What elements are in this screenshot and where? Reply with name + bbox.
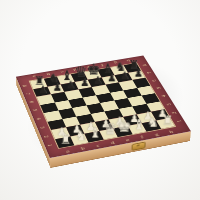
- piece-white-knight: ♞: [72, 130, 89, 143]
- scene: abcdefgh abcdefgh 87654321 87654321 ♜♞♝♛…: [0, 0, 200, 200]
- product-photo: abcdefgh abcdefgh 87654321 87654321 ♜♞♝♛…: [0, 0, 200, 200]
- coord-label: 6: [145, 77, 162, 85]
- square-e5: [96, 93, 114, 103]
- piece-black-pawn: ♟: [49, 82, 65, 92]
- chess-board: abcdefgh abcdefgh 87654321 87654321 ♜♞♝♛…: [16, 55, 191, 158]
- piece-white-bishop: ♝: [87, 126, 104, 140]
- piece-black-pawn: ♟: [77, 77, 93, 87]
- piece-white-rook: ♜: [58, 133, 75, 146]
- piece-black-pawn: ♟: [117, 71, 132, 81]
- coord-label: 4: [154, 92, 171, 100]
- piece-black-pawn: ♟: [63, 80, 79, 90]
- brass-clasp: [131, 142, 145, 151]
- piece-white-bishop: ♝: [131, 118, 148, 132]
- piece-white-queen: ♛: [102, 122, 119, 138]
- square-a1: ♜: [55, 136, 74, 148]
- piece-black-pawn: ♟: [90, 75, 106, 85]
- piece-black-pawn: ♟: [35, 85, 51, 95]
- piece-white-rook: ♜: [159, 114, 176, 126]
- coord-label: 5: [149, 84, 166, 92]
- piece-black-pawn: ♟: [104, 73, 120, 83]
- coord-label: 7: [140, 69, 156, 76]
- coord-label: 8: [135, 62, 151, 69]
